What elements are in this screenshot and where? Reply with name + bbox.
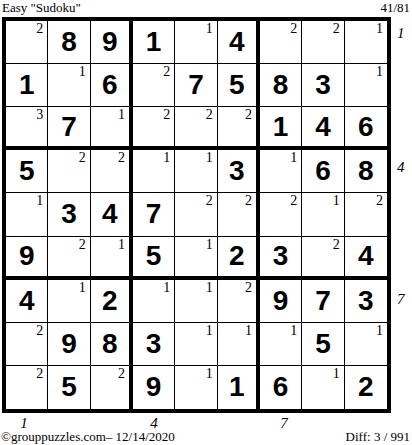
cell-r5c5[interactable]: 2 (175, 193, 217, 236)
pencil-mark: 2 (118, 150, 125, 165)
pencil-mark: 1 (206, 21, 213, 36)
cell-r6c9: 4 (345, 237, 387, 280)
pencil-mark: 2 (36, 323, 43, 338)
pencil-mark: 1 (245, 323, 252, 338)
cell-r7c5[interactable]: 1 (175, 280, 217, 323)
cell-r9c2: 5 (48, 366, 90, 409)
given-digit: 6 (358, 113, 374, 141)
cell-r6c3[interactable]: 1 (91, 237, 133, 280)
pencil-mark: 2 (206, 193, 213, 208)
pencil-mark: 2 (79, 150, 86, 165)
given-digit: 8 (102, 330, 118, 358)
given-digit: 3 (61, 200, 77, 228)
pencil-mark: 1 (163, 280, 170, 295)
pencil-mark: 1 (79, 64, 86, 79)
cell-r1c4: 1 (133, 21, 175, 64)
pencil-mark: 2 (333, 21, 340, 36)
cell-r1c2: 8 (48, 21, 90, 64)
cell-r2c4[interactable]: 2 (133, 64, 175, 107)
cell-r1c8[interactable]: 2 (302, 21, 344, 64)
given-digit: 9 (146, 373, 162, 401)
given-digit: 3 (358, 287, 374, 315)
cell-r8c3: 8 (91, 323, 133, 366)
cell-r2c6: 5 (218, 64, 260, 107)
pencil-mark: 1 (333, 366, 340, 381)
pencil-mark: 2 (290, 21, 297, 36)
given-digit: 3 (229, 157, 245, 185)
pencil-mark: 2 (36, 21, 43, 36)
pencil-mark: 1 (79, 280, 86, 295)
given-digit: 7 (188, 71, 204, 99)
given-digit: 4 (19, 287, 35, 315)
cell-r9c3[interactable]: 2 (91, 366, 133, 409)
given-digit: 4 (315, 113, 331, 141)
cell-r4c9: 8 (345, 150, 387, 193)
given-digit: 6 (273, 373, 289, 401)
given-digit: 9 (19, 242, 35, 270)
cell-r5c8[interactable]: 1 (302, 193, 344, 236)
cell-r6c1: 9 (6, 237, 48, 280)
given-digit: 8 (273, 71, 289, 99)
cell-r1c6: 4 (218, 21, 260, 64)
pencil-mark: 1 (206, 237, 213, 252)
cell-r7c9: 3 (345, 280, 387, 323)
given-digit: 6 (315, 157, 331, 185)
given-digit: 2 (102, 287, 118, 315)
cell-r2c1: 1 (6, 64, 48, 107)
given-digit: 2 (229, 242, 245, 270)
cell-r1c1[interactable]: 2 (6, 21, 48, 64)
cell-r5c1[interactable]: 1 (6, 193, 48, 236)
cell-r9c7: 6 (260, 366, 302, 409)
cell-r7c4[interactable]: 1 (133, 280, 175, 323)
pencil-mark: 1 (376, 21, 383, 36)
cell-r3c3[interactable]: 1 (91, 107, 133, 150)
cell-r4c2[interactable]: 2 (48, 150, 90, 193)
given-digit: 4 (229, 28, 245, 56)
given-digit: 5 (146, 242, 162, 270)
pencil-mark: 2 (245, 193, 252, 208)
pencil-mark: 1 (36, 193, 43, 208)
cell-r2c2[interactable]: 1 (48, 64, 90, 107)
cell-r3c8: 4 (302, 107, 344, 150)
given-digit: 9 (102, 28, 118, 56)
pencil-mark: 2 (333, 237, 340, 252)
cell-r5c4: 7 (133, 193, 175, 236)
pencil-mark: 2 (206, 107, 213, 122)
pencil-mark: 1 (333, 193, 340, 208)
given-digit: 8 (61, 28, 77, 56)
cell-r8c2: 9 (48, 323, 90, 366)
pencil-mark: 1 (206, 323, 213, 338)
cell-r1c7[interactable]: 2 (260, 21, 302, 64)
cell-r6c6: 2 (218, 237, 260, 280)
given-digit: 7 (61, 113, 77, 141)
row-label-7: 7 (397, 290, 411, 308)
given-digit: 5 (19, 157, 35, 185)
cell-r2c8: 3 (302, 64, 344, 107)
cell-r6c5[interactable]: 1 (175, 237, 217, 280)
cell-r3c4[interactable]: 2 (133, 107, 175, 150)
cell-r9c1[interactable]: 2 (6, 366, 48, 409)
row-label-1: 1 (397, 24, 411, 42)
cell-r7c1: 4 (6, 280, 48, 323)
cell-r1c5[interactable]: 1 (175, 21, 217, 64)
col-label-7: 7 (280, 414, 288, 432)
cell-r9c5[interactable]: 1 (175, 366, 217, 409)
pencil-mark: 2 (79, 237, 86, 252)
given-digit: 2 (358, 373, 374, 401)
cell-r8c1[interactable]: 2 (6, 323, 48, 366)
cell-r7c6[interactable]: 2 (218, 280, 260, 323)
cell-r5c9[interactable]: 2 (345, 193, 387, 236)
pencil-mark: 2 (245, 107, 252, 122)
pencil-mark: 1 (118, 237, 125, 252)
page-title: Easy "Sudoku" (2, 0, 81, 15)
cell-r1c3: 9 (91, 21, 133, 64)
cell-r5c2: 3 (48, 193, 90, 236)
pencil-mark: 2 (163, 64, 170, 79)
given-digit: 1 (19, 71, 35, 99)
pencil-mark: 1 (376, 64, 383, 79)
pencil-mark: 1 (376, 323, 383, 338)
cell-r3c1[interactable]: 3 (6, 107, 48, 150)
cell-r6c7: 3 (260, 237, 302, 280)
pencil-mark: 1 (290, 150, 297, 165)
given-digit: 8 (358, 157, 374, 185)
copyright-text: ©grouppuzzles.com– 12/14/2020 (1, 429, 175, 444)
cell-r7c2[interactable]: 1 (48, 280, 90, 323)
givens-counter: 41/81 (380, 0, 410, 15)
given-digit: 1 (146, 28, 162, 56)
pencil-mark: 2 (36, 366, 43, 381)
cell-r9c6: 1 (218, 366, 260, 409)
given-digit: 4 (102, 200, 118, 228)
cell-r8c6[interactable]: 1 (218, 323, 260, 366)
cell-r8c5[interactable]: 1 (175, 323, 217, 366)
cell-r6c8[interactable]: 2 (302, 237, 344, 280)
cell-r4c4[interactable]: 1 (133, 150, 175, 193)
cell-r4c3[interactable]: 2 (91, 150, 133, 193)
cell-r4c1: 5 (6, 150, 48, 193)
cell-r7c8: 7 (302, 280, 344, 323)
cell-r9c9: 2 (345, 366, 387, 409)
cell-r8c9[interactable]: 1 (345, 323, 387, 366)
pencil-mark: 3 (36, 107, 43, 122)
cell-r9c8[interactable]: 1 (302, 366, 344, 409)
cell-r4c6: 3 (218, 150, 260, 193)
pencil-mark: 2 (376, 193, 383, 208)
pencil-mark: 1 (206, 366, 213, 381)
sudoku-board: 2891142211162758313712221465221131681347… (2, 17, 391, 413)
cell-r3c2: 7 (48, 107, 90, 150)
pencil-mark: 1 (118, 107, 125, 122)
cell-r6c4: 5 (133, 237, 175, 280)
pencil-mark: 2 (163, 107, 170, 122)
cell-r2c3: 6 (91, 64, 133, 107)
cell-r4c8: 6 (302, 150, 344, 193)
cell-r6c2[interactable]: 2 (48, 237, 90, 280)
pencil-mark: 2 (118, 366, 125, 381)
given-digit: 3 (315, 71, 331, 99)
cell-r3c9: 6 (345, 107, 387, 150)
given-digit: 6 (102, 71, 118, 99)
cell-r2c7: 8 (260, 64, 302, 107)
pencil-mark: 1 (206, 280, 213, 295)
given-digit: 1 (229, 373, 245, 401)
given-digit: 5 (229, 71, 245, 99)
cell-r3c7: 1 (260, 107, 302, 150)
pencil-mark: 2 (290, 193, 297, 208)
cell-r7c3: 2 (91, 280, 133, 323)
cell-r7c7: 9 (260, 280, 302, 323)
given-digit: 7 (146, 200, 162, 228)
cell-r5c6[interactable]: 2 (218, 193, 260, 236)
pencil-mark: 2 (245, 280, 252, 295)
row-label-4: 4 (397, 158, 411, 176)
cell-r8c7[interactable]: 1 (260, 323, 302, 366)
difficulty-text: Diff: 3 / 991 (346, 429, 410, 444)
cell-r9c4: 9 (133, 366, 175, 409)
given-digit: 5 (61, 373, 77, 401)
cell-r3c6[interactable]: 2 (218, 107, 260, 150)
cell-r1c9[interactable]: 1 (345, 21, 387, 64)
cell-r4c5[interactable]: 1 (175, 150, 217, 193)
cell-r2c9[interactable]: 1 (345, 64, 387, 107)
given-digit: 5 (315, 330, 331, 358)
cell-r5c3: 4 (91, 193, 133, 236)
cell-r5c7[interactable]: 2 (260, 193, 302, 236)
pencil-mark: 1 (290, 323, 297, 338)
pencil-mark: 1 (206, 150, 213, 165)
given-digit: 4 (358, 242, 374, 270)
pencil-mark: 1 (163, 150, 170, 165)
given-digit: 9 (273, 287, 289, 315)
given-digit: 1 (273, 113, 289, 141)
given-digit: 3 (273, 242, 289, 270)
cell-r8c4: 3 (133, 323, 175, 366)
given-digit: 9 (61, 330, 77, 358)
cell-r2c5: 7 (175, 64, 217, 107)
given-digit: 7 (315, 287, 331, 315)
cell-r8c8: 5 (302, 323, 344, 366)
given-digit: 3 (146, 330, 162, 358)
cell-r4c7[interactable]: 1 (260, 150, 302, 193)
cell-r3c5[interactable]: 2 (175, 107, 217, 150)
